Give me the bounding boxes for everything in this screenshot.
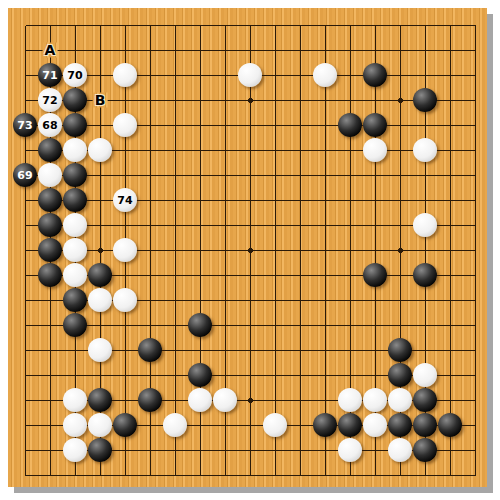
board-point[interactable]: [438, 438, 463, 463]
board-point[interactable]: [438, 238, 463, 263]
board-point[interactable]: [363, 188, 388, 213]
board-point[interactable]: A: [38, 38, 63, 63]
board-point[interactable]: [88, 13, 113, 38]
board-point[interactable]: [338, 313, 363, 338]
board-point[interactable]: [413, 463, 438, 488]
board-point[interactable]: [238, 138, 263, 163]
board-point[interactable]: [138, 363, 163, 388]
board-point[interactable]: [238, 363, 263, 388]
board-point[interactable]: [63, 38, 88, 63]
board-point[interactable]: [88, 238, 113, 263]
board-point[interactable]: [438, 63, 463, 88]
board-point[interactable]: [188, 163, 213, 188]
board-point[interactable]: [288, 38, 313, 63]
board-point[interactable]: [338, 13, 363, 38]
board-point[interactable]: [113, 163, 138, 188]
board-point[interactable]: [163, 213, 188, 238]
board-point[interactable]: [88, 388, 113, 413]
board-point[interactable]: [13, 288, 38, 313]
board-point[interactable]: [363, 113, 388, 138]
board-point[interactable]: [113, 63, 138, 88]
board-point[interactable]: [13, 413, 38, 438]
board-point[interactable]: [188, 263, 213, 288]
board-point[interactable]: [138, 388, 163, 413]
board-point[interactable]: [263, 388, 288, 413]
board-point[interactable]: [413, 138, 438, 163]
board-point[interactable]: [463, 113, 488, 138]
board-point[interactable]: [188, 313, 213, 338]
board-point[interactable]: [263, 63, 288, 88]
board-point[interactable]: [238, 88, 263, 113]
board-point[interactable]: [288, 463, 313, 488]
board-point[interactable]: [388, 138, 413, 163]
board-point[interactable]: [288, 163, 313, 188]
board-point[interactable]: [463, 188, 488, 213]
board-point[interactable]: [363, 388, 388, 413]
board-point[interactable]: [63, 188, 88, 213]
board-point[interactable]: [238, 313, 263, 338]
board-point[interactable]: [138, 463, 163, 488]
board-point[interactable]: [363, 413, 388, 438]
board-point[interactable]: [413, 363, 438, 388]
board-point[interactable]: [338, 63, 363, 88]
board-point[interactable]: [38, 188, 63, 213]
board-point[interactable]: [88, 213, 113, 238]
board-point[interactable]: [113, 263, 138, 288]
board-point[interactable]: [13, 238, 38, 263]
board-point[interactable]: [138, 88, 163, 113]
board-point[interactable]: [438, 363, 463, 388]
board-point[interactable]: [438, 138, 463, 163]
board-point[interactable]: [63, 163, 88, 188]
board-point[interactable]: [38, 13, 63, 38]
board-point[interactable]: [288, 63, 313, 88]
board-point[interactable]: [138, 438, 163, 463]
board-point[interactable]: [413, 388, 438, 413]
board-point[interactable]: [13, 138, 38, 163]
board-point[interactable]: [38, 363, 63, 388]
board-point[interactable]: [13, 188, 38, 213]
board-point[interactable]: [363, 88, 388, 113]
board-point[interactable]: [88, 338, 113, 363]
board-point[interactable]: [163, 13, 188, 38]
board-point[interactable]: [113, 338, 138, 363]
board-point[interactable]: [188, 88, 213, 113]
board-point[interactable]: [463, 88, 488, 113]
board-point[interactable]: [163, 363, 188, 388]
board-point[interactable]: [38, 463, 63, 488]
board-point[interactable]: [138, 113, 163, 138]
board-point[interactable]: [63, 113, 88, 138]
board-point[interactable]: [313, 363, 338, 388]
board-point[interactable]: [463, 388, 488, 413]
board-point[interactable]: [238, 288, 263, 313]
board-point[interactable]: [338, 38, 363, 63]
board-point[interactable]: [463, 238, 488, 263]
board-point[interactable]: [213, 438, 238, 463]
board-point[interactable]: [238, 388, 263, 413]
board-point[interactable]: [138, 313, 163, 338]
board-point[interactable]: [463, 438, 488, 463]
board-point[interactable]: [113, 238, 138, 263]
board-point[interactable]: [63, 338, 88, 363]
board-point[interactable]: [288, 438, 313, 463]
board-point[interactable]: [13, 88, 38, 113]
board-point[interactable]: [388, 238, 413, 263]
board-point[interactable]: [463, 413, 488, 438]
board-point[interactable]: [263, 163, 288, 188]
board-point[interactable]: [63, 413, 88, 438]
board-point[interactable]: [238, 463, 263, 488]
board-point[interactable]: [238, 238, 263, 263]
board-point[interactable]: [338, 188, 363, 213]
board-point[interactable]: [113, 213, 138, 238]
board-point[interactable]: [288, 263, 313, 288]
board-point[interactable]: [238, 413, 263, 438]
board-point[interactable]: [388, 463, 413, 488]
board-point[interactable]: [188, 213, 213, 238]
board-point[interactable]: 72: [38, 88, 63, 113]
board-point[interactable]: [388, 288, 413, 313]
board-point[interactable]: [13, 388, 38, 413]
board-point[interactable]: [163, 188, 188, 213]
board-point[interactable]: [13, 63, 38, 88]
board-point[interactable]: [38, 263, 63, 288]
board-point[interactable]: [88, 363, 113, 388]
board-point[interactable]: [138, 63, 163, 88]
board-point[interactable]: [288, 188, 313, 213]
board-point[interactable]: [188, 463, 213, 488]
board-point[interactable]: [138, 263, 163, 288]
board-point[interactable]: [63, 263, 88, 288]
board-point[interactable]: [413, 13, 438, 38]
board-point[interactable]: [88, 438, 113, 463]
board-point[interactable]: [13, 38, 38, 63]
board-point[interactable]: [263, 313, 288, 338]
board-point[interactable]: [413, 63, 438, 88]
board-point[interactable]: [463, 138, 488, 163]
board-point[interactable]: [213, 13, 238, 38]
board-point[interactable]: 73: [13, 113, 38, 138]
board-point[interactable]: [88, 63, 113, 88]
board-point[interactable]: [438, 413, 463, 438]
board-point[interactable]: [38, 313, 63, 338]
board-point[interactable]: [313, 88, 338, 113]
board-point[interactable]: [238, 63, 263, 88]
board-point[interactable]: [388, 13, 413, 38]
board-point[interactable]: [213, 338, 238, 363]
board-point[interactable]: [38, 288, 63, 313]
board-point[interactable]: [63, 363, 88, 388]
board-point[interactable]: [463, 313, 488, 338]
board-point[interactable]: [238, 338, 263, 363]
board-point[interactable]: [338, 438, 363, 463]
board-point[interactable]: [213, 63, 238, 88]
board-point[interactable]: [213, 388, 238, 413]
board-point[interactable]: [313, 263, 338, 288]
board-point[interactable]: [338, 413, 363, 438]
board-point[interactable]: [88, 38, 113, 63]
board-point[interactable]: [413, 288, 438, 313]
board-point[interactable]: [388, 38, 413, 63]
board-point[interactable]: [163, 288, 188, 313]
board-point[interactable]: [163, 88, 188, 113]
board-point[interactable]: [263, 463, 288, 488]
board-point[interactable]: [188, 13, 213, 38]
board-point[interactable]: [313, 38, 338, 63]
board-point[interactable]: [438, 188, 463, 213]
board-point[interactable]: [238, 438, 263, 463]
board-point[interactable]: [463, 13, 488, 38]
board-point[interactable]: [263, 213, 288, 238]
board-point[interactable]: [438, 38, 463, 63]
board-point[interactable]: [413, 88, 438, 113]
board-point[interactable]: [413, 438, 438, 463]
board-point[interactable]: [388, 438, 413, 463]
board-point[interactable]: [163, 138, 188, 163]
board-point[interactable]: [63, 13, 88, 38]
board-point[interactable]: [363, 163, 388, 188]
board-point[interactable]: [313, 188, 338, 213]
board-point[interactable]: [213, 238, 238, 263]
board-point[interactable]: [413, 238, 438, 263]
board-point[interactable]: [138, 138, 163, 163]
board-point[interactable]: [163, 163, 188, 188]
board-point[interactable]: [263, 238, 288, 263]
board-point[interactable]: [463, 38, 488, 63]
board-point[interactable]: [138, 413, 163, 438]
board-point[interactable]: [138, 163, 163, 188]
board-point[interactable]: [13, 438, 38, 463]
board-point[interactable]: [38, 413, 63, 438]
board-point[interactable]: [313, 113, 338, 138]
board-point[interactable]: [438, 288, 463, 313]
board-point[interactable]: [188, 138, 213, 163]
board-point[interactable]: [113, 88, 138, 113]
board-point[interactable]: [313, 163, 338, 188]
board-point[interactable]: 74: [113, 188, 138, 213]
board-point[interactable]: [213, 188, 238, 213]
board-point[interactable]: [213, 288, 238, 313]
board-point[interactable]: [138, 13, 163, 38]
board-point[interactable]: [13, 463, 38, 488]
board-point[interactable]: [263, 138, 288, 163]
board-point[interactable]: [263, 113, 288, 138]
board-point[interactable]: [288, 388, 313, 413]
board-point[interactable]: [163, 388, 188, 413]
board-point[interactable]: [88, 413, 113, 438]
board-point[interactable]: [288, 88, 313, 113]
board-point[interactable]: [363, 313, 388, 338]
board-point[interactable]: [438, 313, 463, 338]
board-point[interactable]: [13, 363, 38, 388]
board-point[interactable]: [313, 288, 338, 313]
board-point[interactable]: [38, 238, 63, 263]
board-point[interactable]: [438, 388, 463, 413]
board-point[interactable]: [188, 438, 213, 463]
board-point[interactable]: [388, 88, 413, 113]
board-point[interactable]: [413, 163, 438, 188]
board-point[interactable]: [188, 38, 213, 63]
board-point[interactable]: [38, 388, 63, 413]
board-point[interactable]: [213, 38, 238, 63]
board-point[interactable]: [363, 263, 388, 288]
board-point[interactable]: [438, 263, 463, 288]
board-point[interactable]: [338, 138, 363, 163]
board-point[interactable]: [88, 138, 113, 163]
board-point[interactable]: [138, 188, 163, 213]
board-point[interactable]: [213, 463, 238, 488]
board-point[interactable]: [213, 363, 238, 388]
board-point[interactable]: [413, 188, 438, 213]
board-point[interactable]: [388, 413, 413, 438]
board-point[interactable]: [363, 338, 388, 363]
board-point[interactable]: [88, 263, 113, 288]
board-point[interactable]: [113, 288, 138, 313]
board-point[interactable]: [438, 13, 463, 38]
board-point[interactable]: [113, 388, 138, 413]
board-point[interactable]: [38, 213, 63, 238]
board-point[interactable]: [238, 263, 263, 288]
board-point[interactable]: [313, 438, 338, 463]
board-point[interactable]: [113, 13, 138, 38]
board-point[interactable]: [88, 113, 113, 138]
board-point[interactable]: [113, 413, 138, 438]
board-point[interactable]: [438, 463, 463, 488]
board-point[interactable]: [338, 388, 363, 413]
board-point[interactable]: [388, 363, 413, 388]
board-point[interactable]: [288, 313, 313, 338]
board-point[interactable]: [288, 363, 313, 388]
board-point[interactable]: [138, 213, 163, 238]
board-point[interactable]: [438, 163, 463, 188]
board-point[interactable]: [463, 213, 488, 238]
board-point[interactable]: [163, 413, 188, 438]
board-point[interactable]: [313, 413, 338, 438]
board-point[interactable]: [188, 63, 213, 88]
board-point[interactable]: 68: [38, 113, 63, 138]
board-point[interactable]: [363, 63, 388, 88]
board-point[interactable]: [338, 213, 363, 238]
board-point[interactable]: [238, 113, 263, 138]
board-point[interactable]: B: [88, 88, 113, 113]
board-point[interactable]: [288, 138, 313, 163]
board-point[interactable]: [213, 313, 238, 338]
board-point[interactable]: [338, 163, 363, 188]
board-point[interactable]: [113, 313, 138, 338]
board-point[interactable]: [113, 438, 138, 463]
board-point[interactable]: [313, 138, 338, 163]
board-point[interactable]: [388, 113, 413, 138]
board-point[interactable]: [213, 413, 238, 438]
board-point[interactable]: [38, 438, 63, 463]
board-point[interactable]: [388, 213, 413, 238]
board-point[interactable]: [63, 138, 88, 163]
board-point[interactable]: [388, 163, 413, 188]
board-point[interactable]: [388, 263, 413, 288]
board-point[interactable]: [188, 288, 213, 313]
board-point[interactable]: [438, 213, 463, 238]
board-point[interactable]: [463, 263, 488, 288]
board-point[interactable]: [63, 438, 88, 463]
board-point[interactable]: [313, 388, 338, 413]
board-point[interactable]: [288, 213, 313, 238]
board-point[interactable]: [463, 163, 488, 188]
board-point[interactable]: [38, 338, 63, 363]
board-point[interactable]: [463, 338, 488, 363]
board-point[interactable]: [413, 263, 438, 288]
board-point[interactable]: [88, 313, 113, 338]
board-point[interactable]: [338, 288, 363, 313]
board-point[interactable]: [413, 113, 438, 138]
board-point[interactable]: [363, 13, 388, 38]
board-point[interactable]: [263, 88, 288, 113]
board-point[interactable]: [438, 113, 463, 138]
board-point[interactable]: [463, 463, 488, 488]
board-point[interactable]: [388, 63, 413, 88]
board-point[interactable]: [163, 113, 188, 138]
board-point[interactable]: [463, 363, 488, 388]
board-point[interactable]: [313, 213, 338, 238]
board-point[interactable]: [238, 163, 263, 188]
board-point[interactable]: [263, 288, 288, 313]
board-point[interactable]: [288, 338, 313, 363]
board-point[interactable]: [163, 313, 188, 338]
board-point[interactable]: [13, 263, 38, 288]
board-point[interactable]: [213, 88, 238, 113]
board-point[interactable]: [63, 213, 88, 238]
board-point[interactable]: [163, 438, 188, 463]
board-point[interactable]: [388, 338, 413, 363]
board-point[interactable]: [388, 313, 413, 338]
board-point[interactable]: [113, 113, 138, 138]
board-point[interactable]: [13, 313, 38, 338]
board-point[interactable]: [463, 63, 488, 88]
board-point[interactable]: [38, 163, 63, 188]
board-point[interactable]: [163, 38, 188, 63]
board-point[interactable]: [338, 363, 363, 388]
board-point[interactable]: [63, 238, 88, 263]
board-point[interactable]: [263, 263, 288, 288]
board-point[interactable]: [363, 463, 388, 488]
board-point[interactable]: [263, 13, 288, 38]
board-point[interactable]: [163, 338, 188, 363]
board-point[interactable]: [313, 338, 338, 363]
board-point[interactable]: [163, 63, 188, 88]
board-point[interactable]: [13, 13, 38, 38]
board-point[interactable]: [263, 438, 288, 463]
board-point[interactable]: [413, 413, 438, 438]
board-point[interactable]: [338, 113, 363, 138]
board-point[interactable]: [163, 463, 188, 488]
board-point[interactable]: [188, 238, 213, 263]
board-point[interactable]: [338, 88, 363, 113]
board-point[interactable]: [163, 238, 188, 263]
board-point[interactable]: [88, 188, 113, 213]
board-point[interactable]: [188, 363, 213, 388]
board-point[interactable]: [338, 238, 363, 263]
board-point[interactable]: 70: [63, 63, 88, 88]
board-point[interactable]: [188, 188, 213, 213]
board-point[interactable]: [438, 338, 463, 363]
board-point[interactable]: [238, 213, 263, 238]
board-point[interactable]: [363, 288, 388, 313]
board-point[interactable]: 69: [13, 163, 38, 188]
board-point[interactable]: [463, 288, 488, 313]
board-point[interactable]: [313, 313, 338, 338]
board-point[interactable]: [313, 13, 338, 38]
board-point[interactable]: [138, 338, 163, 363]
